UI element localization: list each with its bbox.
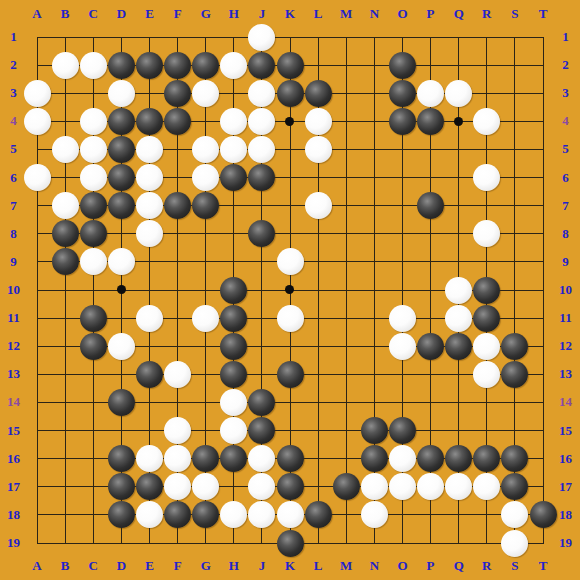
intersection-A13[interactable] — [23, 360, 51, 388]
white-stone-G5[interactable] — [192, 136, 219, 163]
intersection-M3[interactable] — [332, 79, 360, 107]
intersection-P9[interactable] — [417, 248, 445, 276]
intersection-L19[interactable] — [304, 529, 332, 557]
black-stone-H6[interactable] — [220, 164, 247, 191]
intersection-M11[interactable] — [332, 304, 360, 332]
intersection-D15[interactable] — [107, 417, 135, 445]
intersection-R5[interactable] — [473, 135, 501, 163]
black-stone-C7[interactable] — [80, 192, 107, 219]
intersection-J19[interactable] — [248, 529, 276, 557]
intersection-L13[interactable] — [304, 360, 332, 388]
intersection-Q6[interactable] — [445, 164, 473, 192]
intersection-E17[interactable] — [135, 473, 163, 501]
white-stone-J16[interactable] — [248, 445, 275, 472]
intersection-H14[interactable] — [220, 388, 248, 416]
black-stone-J15[interactable] — [248, 417, 275, 444]
intersection-N12[interactable] — [360, 332, 388, 360]
black-stone-D2[interactable] — [108, 52, 135, 79]
intersection-H19[interactable] — [220, 529, 248, 557]
intersection-K12[interactable] — [276, 332, 304, 360]
black-stone-K19[interactable] — [277, 530, 304, 557]
white-stone-A6[interactable] — [24, 164, 51, 191]
intersection-S3[interactable] — [501, 79, 529, 107]
black-stone-R10[interactable] — [473, 277, 500, 304]
intersection-B4[interactable] — [51, 107, 79, 135]
intersection-K17[interactable] — [276, 473, 304, 501]
intersection-B19[interactable] — [51, 529, 79, 557]
intersection-D12[interactable] — [107, 332, 135, 360]
intersection-T11[interactable] — [529, 304, 557, 332]
intersection-O15[interactable] — [388, 417, 416, 445]
intersection-R14[interactable] — [473, 388, 501, 416]
intersection-K16[interactable] — [276, 445, 304, 473]
black-stone-J14[interactable] — [248, 389, 275, 416]
white-stone-R6[interactable] — [473, 164, 500, 191]
intersection-S9[interactable] — [501, 248, 529, 276]
intersection-B8[interactable] — [51, 220, 79, 248]
white-stone-E8[interactable] — [136, 220, 163, 247]
intersection-O2[interactable] — [388, 51, 416, 79]
intersection-D14[interactable] — [107, 388, 135, 416]
intersection-M8[interactable] — [332, 220, 360, 248]
white-stone-B7[interactable] — [52, 192, 79, 219]
intersection-F13[interactable] — [164, 360, 192, 388]
intersection-G10[interactable] — [192, 276, 220, 304]
white-stone-R13[interactable] — [473, 361, 500, 388]
intersection-G8[interactable] — [192, 220, 220, 248]
intersection-N3[interactable] — [360, 79, 388, 107]
black-stone-H11[interactable] — [220, 305, 247, 332]
intersection-E2[interactable] — [135, 51, 163, 79]
intersection-T19[interactable] — [529, 529, 557, 557]
black-stone-B9[interactable] — [52, 248, 79, 275]
intersection-F1[interactable] — [164, 23, 192, 51]
intersection-L18[interactable] — [304, 501, 332, 529]
intersection-K18[interactable] — [276, 501, 304, 529]
black-stone-H13[interactable] — [220, 361, 247, 388]
intersection-F6[interactable] — [164, 164, 192, 192]
intersection-J12[interactable] — [248, 332, 276, 360]
intersection-Q5[interactable] — [445, 135, 473, 163]
intersection-T3[interactable] — [529, 79, 557, 107]
intersection-N2[interactable] — [360, 51, 388, 79]
black-stone-D18[interactable] — [108, 501, 135, 528]
intersection-B16[interactable] — [51, 445, 79, 473]
intersection-Q2[interactable] — [445, 51, 473, 79]
black-stone-K3[interactable] — [277, 80, 304, 107]
intersection-H8[interactable] — [220, 220, 248, 248]
intersection-F14[interactable] — [164, 388, 192, 416]
white-stone-E11[interactable] — [136, 305, 163, 332]
intersection-G4[interactable] — [192, 107, 220, 135]
intersection-F15[interactable] — [164, 417, 192, 445]
intersection-P8[interactable] — [417, 220, 445, 248]
intersection-G5[interactable] — [192, 135, 220, 163]
black-stone-E4[interactable] — [136, 108, 163, 135]
intersection-E12[interactable] — [135, 332, 163, 360]
intersection-M10[interactable] — [332, 276, 360, 304]
intersection-C8[interactable] — [79, 220, 107, 248]
intersection-O13[interactable] — [388, 360, 416, 388]
intersection-M2[interactable] — [332, 51, 360, 79]
black-stone-T18[interactable] — [530, 501, 557, 528]
intersection-E9[interactable] — [135, 248, 163, 276]
intersection-M18[interactable] — [332, 501, 360, 529]
intersection-Q15[interactable] — [445, 417, 473, 445]
white-stone-A3[interactable] — [24, 80, 51, 107]
intersection-H15[interactable] — [220, 417, 248, 445]
intersection-F5[interactable] — [164, 135, 192, 163]
white-stone-Q17[interactable] — [445, 473, 472, 500]
intersection-S12[interactable] — [501, 332, 529, 360]
intersection-K10[interactable] — [276, 276, 304, 304]
intersection-R6[interactable] — [473, 164, 501, 192]
intersection-A3[interactable] — [23, 79, 51, 107]
white-stone-S18[interactable] — [501, 501, 528, 528]
white-stone-H5[interactable] — [220, 136, 247, 163]
intersection-Q4[interactable] — [445, 107, 473, 135]
white-stone-J18[interactable] — [248, 501, 275, 528]
intersection-G6[interactable] — [192, 164, 220, 192]
black-stone-O15[interactable] — [389, 417, 416, 444]
intersection-L9[interactable] — [304, 248, 332, 276]
intersection-L8[interactable] — [304, 220, 332, 248]
intersection-N14[interactable] — [360, 388, 388, 416]
white-stone-C2[interactable] — [80, 52, 107, 79]
intersection-G19[interactable] — [192, 529, 220, 557]
intersection-S4[interactable] — [501, 107, 529, 135]
intersection-P11[interactable] — [417, 304, 445, 332]
intersection-R7[interactable] — [473, 192, 501, 220]
white-stone-R17[interactable] — [473, 473, 500, 500]
intersection-M5[interactable] — [332, 135, 360, 163]
white-stone-O12[interactable] — [389, 333, 416, 360]
black-stone-R16[interactable] — [473, 445, 500, 472]
intersection-N19[interactable] — [360, 529, 388, 557]
intersection-P15[interactable] — [417, 417, 445, 445]
black-stone-E17[interactable] — [136, 473, 163, 500]
white-stone-D12[interactable] — [108, 333, 135, 360]
intersection-B1[interactable] — [51, 23, 79, 51]
black-stone-B8[interactable] — [52, 220, 79, 247]
white-stone-H15[interactable] — [220, 417, 247, 444]
black-stone-P7[interactable] — [417, 192, 444, 219]
intersection-G2[interactable] — [192, 51, 220, 79]
intersection-A1[interactable] — [23, 23, 51, 51]
intersection-O7[interactable] — [388, 192, 416, 220]
intersection-G18[interactable] — [192, 501, 220, 529]
intersection-J13[interactable] — [248, 360, 276, 388]
intersection-M17[interactable] — [332, 473, 360, 501]
intersection-N15[interactable] — [360, 417, 388, 445]
intersection-B2[interactable] — [51, 51, 79, 79]
intersection-K14[interactable] — [276, 388, 304, 416]
white-stone-G6[interactable] — [192, 164, 219, 191]
black-stone-M17[interactable] — [333, 473, 360, 500]
black-stone-F18[interactable] — [164, 501, 191, 528]
black-stone-K13[interactable] — [277, 361, 304, 388]
intersection-C13[interactable] — [79, 360, 107, 388]
intersection-Q17[interactable] — [445, 473, 473, 501]
intersection-C12[interactable] — [79, 332, 107, 360]
black-stone-Q12[interactable] — [445, 333, 472, 360]
black-stone-O2[interactable] — [389, 52, 416, 79]
intersection-Q10[interactable] — [445, 276, 473, 304]
intersection-Q13[interactable] — [445, 360, 473, 388]
intersection-Q3[interactable] — [445, 79, 473, 107]
intersection-K13[interactable] — [276, 360, 304, 388]
intersection-Q14[interactable] — [445, 388, 473, 416]
intersection-A12[interactable] — [23, 332, 51, 360]
intersection-K1[interactable] — [276, 23, 304, 51]
intersection-D7[interactable] — [107, 192, 135, 220]
white-stone-D3[interactable] — [108, 80, 135, 107]
white-stone-L4[interactable] — [305, 108, 332, 135]
white-stone-P3[interactable] — [417, 80, 444, 107]
white-stone-S19[interactable] — [501, 530, 528, 557]
intersection-A15[interactable] — [23, 417, 51, 445]
intersection-O14[interactable] — [388, 388, 416, 416]
intersection-L6[interactable] — [304, 164, 332, 192]
intersection-S5[interactable] — [501, 135, 529, 163]
intersection-R10[interactable] — [473, 276, 501, 304]
intersection-N13[interactable] — [360, 360, 388, 388]
intersection-F16[interactable] — [164, 445, 192, 473]
white-stone-Q11[interactable] — [445, 305, 472, 332]
black-stone-D17[interactable] — [108, 473, 135, 500]
intersection-C16[interactable] — [79, 445, 107, 473]
intersection-C9[interactable] — [79, 248, 107, 276]
intersection-G1[interactable] — [192, 23, 220, 51]
intersection-R18[interactable] — [473, 501, 501, 529]
intersection-S11[interactable] — [501, 304, 529, 332]
intersection-P1[interactable] — [417, 23, 445, 51]
intersection-P2[interactable] — [417, 51, 445, 79]
intersection-O18[interactable] — [388, 501, 416, 529]
intersection-A9[interactable] — [23, 248, 51, 276]
intersection-K2[interactable] — [276, 51, 304, 79]
intersection-J14[interactable] — [248, 388, 276, 416]
intersection-E8[interactable] — [135, 220, 163, 248]
intersection-C14[interactable] — [79, 388, 107, 416]
black-stone-R11[interactable] — [473, 305, 500, 332]
black-stone-J6[interactable] — [248, 164, 275, 191]
intersection-H17[interactable] — [220, 473, 248, 501]
intersection-G16[interactable] — [192, 445, 220, 473]
intersection-D1[interactable] — [107, 23, 135, 51]
black-stone-D6[interactable] — [108, 164, 135, 191]
intersection-N7[interactable] — [360, 192, 388, 220]
intersection-B15[interactable] — [51, 417, 79, 445]
white-stone-R4[interactable] — [473, 108, 500, 135]
intersection-R16[interactable] — [473, 445, 501, 473]
intersection-O17[interactable] — [388, 473, 416, 501]
intersection-K6[interactable] — [276, 164, 304, 192]
white-stone-H14[interactable] — [220, 389, 247, 416]
intersection-H2[interactable] — [220, 51, 248, 79]
white-stone-P17[interactable] — [417, 473, 444, 500]
black-stone-J8[interactable] — [248, 220, 275, 247]
black-stone-C12[interactable] — [80, 333, 107, 360]
white-stone-J3[interactable] — [248, 80, 275, 107]
intersection-B13[interactable] — [51, 360, 79, 388]
intersection-S15[interactable] — [501, 417, 529, 445]
intersection-L4[interactable] — [304, 107, 332, 135]
intersection-O1[interactable] — [388, 23, 416, 51]
intersection-B11[interactable] — [51, 304, 79, 332]
intersection-J1[interactable] — [248, 23, 276, 51]
intersection-D10[interactable] — [107, 276, 135, 304]
intersection-C3[interactable] — [79, 79, 107, 107]
intersection-F11[interactable] — [164, 304, 192, 332]
intersection-Q12[interactable] — [445, 332, 473, 360]
intersection-A11[interactable] — [23, 304, 51, 332]
intersection-G12[interactable] — [192, 332, 220, 360]
intersection-T17[interactable] — [529, 473, 557, 501]
intersection-M19[interactable] — [332, 529, 360, 557]
intersection-H11[interactable] — [220, 304, 248, 332]
intersection-T4[interactable] — [529, 107, 557, 135]
white-stone-Q10[interactable] — [445, 277, 472, 304]
black-stone-H10[interactable] — [220, 277, 247, 304]
intersection-M4[interactable] — [332, 107, 360, 135]
black-stone-K2[interactable] — [277, 52, 304, 79]
intersection-T15[interactable] — [529, 417, 557, 445]
intersection-L12[interactable] — [304, 332, 332, 360]
intersection-N8[interactable] — [360, 220, 388, 248]
white-stone-G17[interactable] — [192, 473, 219, 500]
intersection-O10[interactable] — [388, 276, 416, 304]
black-stone-S12[interactable] — [501, 333, 528, 360]
intersection-T5[interactable] — [529, 135, 557, 163]
intersection-D5[interactable] — [107, 135, 135, 163]
white-stone-L7[interactable] — [305, 192, 332, 219]
intersection-F10[interactable] — [164, 276, 192, 304]
black-stone-P16[interactable] — [417, 445, 444, 472]
intersection-G14[interactable] — [192, 388, 220, 416]
intersection-R17[interactable] — [473, 473, 501, 501]
white-stone-H4[interactable] — [220, 108, 247, 135]
intersection-H6[interactable] — [220, 164, 248, 192]
intersection-E7[interactable] — [135, 192, 163, 220]
intersection-Q9[interactable] — [445, 248, 473, 276]
intersection-S18[interactable] — [501, 501, 529, 529]
intersection-N11[interactable] — [360, 304, 388, 332]
intersection-M1[interactable] — [332, 23, 360, 51]
intersection-A8[interactable] — [23, 220, 51, 248]
intersection-M9[interactable] — [332, 248, 360, 276]
intersection-Q11[interactable] — [445, 304, 473, 332]
intersection-B9[interactable] — [51, 248, 79, 276]
white-stone-K18[interactable] — [277, 501, 304, 528]
intersection-Q19[interactable] — [445, 529, 473, 557]
intersection-E3[interactable] — [135, 79, 163, 107]
intersection-O19[interactable] — [388, 529, 416, 557]
intersection-L5[interactable] — [304, 135, 332, 163]
intersection-P5[interactable] — [417, 135, 445, 163]
black-stone-H16[interactable] — [220, 445, 247, 472]
intersection-Q16[interactable] — [445, 445, 473, 473]
black-stone-D7[interactable] — [108, 192, 135, 219]
intersection-K5[interactable] — [276, 135, 304, 163]
intersection-P18[interactable] — [417, 501, 445, 529]
white-stone-J5[interactable] — [248, 136, 275, 163]
white-stone-B5[interactable] — [52, 136, 79, 163]
intersection-S10[interactable] — [501, 276, 529, 304]
intersection-M12[interactable] — [332, 332, 360, 360]
intersection-L2[interactable] — [304, 51, 332, 79]
intersection-N10[interactable] — [360, 276, 388, 304]
black-stone-N16[interactable] — [361, 445, 388, 472]
intersection-K19[interactable] — [276, 529, 304, 557]
black-stone-C8[interactable] — [80, 220, 107, 247]
intersection-E14[interactable] — [135, 388, 163, 416]
intersection-C10[interactable] — [79, 276, 107, 304]
intersection-H18[interactable] — [220, 501, 248, 529]
black-stone-D14[interactable] — [108, 389, 135, 416]
intersection-G7[interactable] — [192, 192, 220, 220]
intersection-H12[interactable] — [220, 332, 248, 360]
intersection-S19[interactable] — [501, 529, 529, 557]
intersection-E4[interactable] — [135, 107, 163, 135]
intersection-C4[interactable] — [79, 107, 107, 135]
intersection-L3[interactable] — [304, 79, 332, 107]
intersection-O8[interactable] — [388, 220, 416, 248]
intersection-N9[interactable] — [360, 248, 388, 276]
intersection-K9[interactable] — [276, 248, 304, 276]
intersection-A5[interactable] — [23, 135, 51, 163]
white-stone-E6[interactable] — [136, 164, 163, 191]
intersection-D9[interactable] — [107, 248, 135, 276]
black-stone-L3[interactable] — [305, 80, 332, 107]
black-stone-G16[interactable] — [192, 445, 219, 472]
intersection-F8[interactable] — [164, 220, 192, 248]
intersection-H10[interactable] — [220, 276, 248, 304]
intersection-C11[interactable] — [79, 304, 107, 332]
intersection-E5[interactable] — [135, 135, 163, 163]
intersection-J5[interactable] — [248, 135, 276, 163]
intersection-D13[interactable] — [107, 360, 135, 388]
white-stone-O11[interactable] — [389, 305, 416, 332]
black-stone-F4[interactable] — [164, 108, 191, 135]
black-stone-O3[interactable] — [389, 80, 416, 107]
intersection-H16[interactable] — [220, 445, 248, 473]
intersection-C5[interactable] — [79, 135, 107, 163]
intersection-E11[interactable] — [135, 304, 163, 332]
white-stone-K11[interactable] — [277, 305, 304, 332]
intersection-P4[interactable] — [417, 107, 445, 135]
white-stone-H2[interactable] — [220, 52, 247, 79]
intersection-L7[interactable] — [304, 192, 332, 220]
intersection-G17[interactable] — [192, 473, 220, 501]
intersection-S7[interactable] — [501, 192, 529, 220]
intersection-S8[interactable] — [501, 220, 529, 248]
intersection-R11[interactable] — [473, 304, 501, 332]
intersection-N1[interactable] — [360, 23, 388, 51]
intersection-D17[interactable] — [107, 473, 135, 501]
intersection-Q18[interactable] — [445, 501, 473, 529]
intersection-F12[interactable] — [164, 332, 192, 360]
intersection-J18[interactable] — [248, 501, 276, 529]
intersection-S17[interactable] — [501, 473, 529, 501]
go-board-grid[interactable] — [23, 23, 557, 557]
intersection-P6[interactable] — [417, 164, 445, 192]
white-stone-C5[interactable] — [80, 136, 107, 163]
black-stone-F2[interactable] — [164, 52, 191, 79]
white-stone-C4[interactable] — [80, 108, 107, 135]
intersection-T10[interactable] — [529, 276, 557, 304]
intersection-B5[interactable] — [51, 135, 79, 163]
